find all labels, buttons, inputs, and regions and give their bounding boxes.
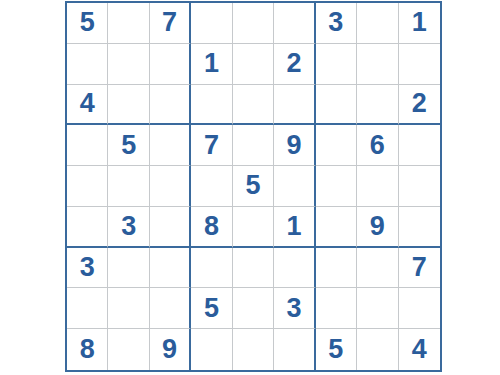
cell-r8c1[interactable] (67, 288, 108, 329)
cell-r3c5[interactable] (233, 85, 274, 126)
cell-r6c3[interactable] (150, 207, 191, 248)
cell-r3c6[interactable] (274, 85, 315, 126)
cell-r2c2[interactable] (108, 44, 149, 85)
cell-r5c8[interactable] (357, 166, 398, 207)
cell-r5c2[interactable] (108, 166, 149, 207)
cell-r8c4[interactable]: 5 (191, 288, 232, 329)
cell-r5c5[interactable]: 5 (233, 166, 274, 207)
cell-r9c4[interactable] (191, 329, 232, 370)
cell-r2c3[interactable] (150, 44, 191, 85)
cell-r7c4[interactable] (191, 248, 232, 289)
cell-r2c5[interactable] (233, 44, 274, 85)
cell-r8c2[interactable] (108, 288, 149, 329)
cell-r7c8[interactable] (357, 248, 398, 289)
cell-r1c6[interactable] (274, 3, 315, 44)
cell-r8c5[interactable] (233, 288, 274, 329)
cell-r3c1[interactable]: 4 (67, 85, 108, 126)
cell-r6c2[interactable]: 3 (108, 207, 149, 248)
cell-r5c7[interactable] (316, 166, 357, 207)
cell-r6c1[interactable] (67, 207, 108, 248)
cell-r2c8[interactable] (357, 44, 398, 85)
cell-r8c9[interactable] (399, 288, 440, 329)
cell-r2c6[interactable]: 2 (274, 44, 315, 85)
cell-r9c8[interactable] (357, 329, 398, 370)
cell-r9c3[interactable]: 9 (150, 329, 191, 370)
cell-r3c4[interactable] (191, 85, 232, 126)
cell-r4c1[interactable] (67, 125, 108, 166)
cell-r6c8[interactable]: 9 (357, 207, 398, 248)
cell-r1c7[interactable]: 3 (316, 3, 357, 44)
cell-r7c6[interactable] (274, 248, 315, 289)
cell-r5c6[interactable] (274, 166, 315, 207)
cell-r9c1[interactable]: 8 (67, 329, 108, 370)
cell-r3c7[interactable] (316, 85, 357, 126)
cell-r7c7[interactable] (316, 248, 357, 289)
cell-r8c3[interactable] (150, 288, 191, 329)
cell-r1c2[interactable] (108, 3, 149, 44)
cell-r1c3[interactable]: 7 (150, 3, 191, 44)
cell-r2c4[interactable]: 1 (191, 44, 232, 85)
cell-r4c8[interactable]: 6 (357, 125, 398, 166)
cell-r7c2[interactable] (108, 248, 149, 289)
cell-r5c1[interactable] (67, 166, 108, 207)
cell-r7c1[interactable]: 3 (67, 248, 108, 289)
cell-r3c3[interactable] (150, 85, 191, 126)
cell-r1c4[interactable] (191, 3, 232, 44)
cell-r3c2[interactable] (108, 85, 149, 126)
cell-r8c7[interactable] (316, 288, 357, 329)
cell-r5c9[interactable] (399, 166, 440, 207)
cell-r2c9[interactable] (399, 44, 440, 85)
sudoku-screen: 5731124257965381937538954 (0, 0, 500, 375)
cell-r4c9[interactable] (399, 125, 440, 166)
cell-r4c2[interactable]: 5 (108, 125, 149, 166)
cell-r2c1[interactable] (67, 44, 108, 85)
sudoku-board: 5731124257965381937538954 (65, 1, 442, 372)
cell-r2c7[interactable] (316, 44, 357, 85)
cell-r7c5[interactable] (233, 248, 274, 289)
cell-r6c5[interactable] (233, 207, 274, 248)
cell-r5c3[interactable] (150, 166, 191, 207)
cell-r1c8[interactable] (357, 3, 398, 44)
cell-r1c1[interactable]: 5 (67, 3, 108, 44)
cell-r4c7[interactable] (316, 125, 357, 166)
cell-r8c8[interactable] (357, 288, 398, 329)
cell-r6c6[interactable]: 1 (274, 207, 315, 248)
cell-r3c8[interactable] (357, 85, 398, 126)
cell-r9c7[interactable]: 5 (316, 329, 357, 370)
cell-r9c6[interactable] (274, 329, 315, 370)
cell-r8c6[interactable]: 3 (274, 288, 315, 329)
cell-r6c4[interactable]: 8 (191, 207, 232, 248)
cell-r7c9[interactable]: 7 (399, 248, 440, 289)
cell-r9c2[interactable] (108, 329, 149, 370)
cell-r1c5[interactable] (233, 3, 274, 44)
cell-r9c9[interactable]: 4 (399, 329, 440, 370)
cell-r4c6[interactable]: 9 (274, 125, 315, 166)
cell-r6c9[interactable] (399, 207, 440, 248)
cell-r3c9[interactable]: 2 (399, 85, 440, 126)
cell-r6c7[interactable] (316, 207, 357, 248)
cell-r4c4[interactable]: 7 (191, 125, 232, 166)
cell-r9c5[interactable] (233, 329, 274, 370)
cell-r1c9[interactable]: 1 (399, 3, 440, 44)
cell-r4c3[interactable] (150, 125, 191, 166)
cell-r5c4[interactable] (191, 166, 232, 207)
cell-r4c5[interactable] (233, 125, 274, 166)
cell-r7c3[interactable] (150, 248, 191, 289)
